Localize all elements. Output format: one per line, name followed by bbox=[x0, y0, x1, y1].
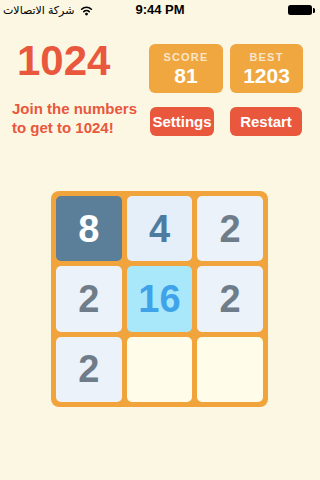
tile-r2c3: 2 bbox=[197, 266, 263, 331]
status-time: 9:44 PM bbox=[0, 0, 320, 20]
restart-button[interactable]: Restart bbox=[230, 107, 302, 136]
tile-r2c2: 16 bbox=[127, 266, 193, 331]
game-board[interactable]: 8 4 2 2 16 2 2 bbox=[51, 191, 268, 407]
tagline: Join the numbers to get to 1024! bbox=[12, 100, 146, 138]
battery-icon bbox=[288, 5, 312, 15]
tile-r2c1: 2 bbox=[56, 266, 122, 331]
score-label: SCORE bbox=[163, 51, 208, 63]
best-value: 1203 bbox=[243, 65, 290, 86]
empty-cell-r3c2 bbox=[127, 337, 193, 402]
best-score-box: BEST 1203 bbox=[230, 44, 303, 93]
score-value: 81 bbox=[174, 65, 197, 86]
settings-button[interactable]: Settings bbox=[150, 107, 214, 136]
tile-r1c2: 4 bbox=[127, 196, 193, 261]
status-bar: شركة الاتصالات 9:44 PM bbox=[0, 0, 320, 20]
tile-r3c1: 2 bbox=[56, 337, 122, 402]
empty-cell-r3c3 bbox=[197, 337, 263, 402]
tile-r1c3: 2 bbox=[197, 196, 263, 261]
tile-r1c1: 8 bbox=[56, 196, 122, 261]
app-title: 1024 bbox=[17, 40, 110, 82]
best-label: BEST bbox=[249, 51, 283, 63]
score-box: SCORE 81 bbox=[149, 44, 223, 93]
app-screen: شركة الاتصالات 9:44 PM 1024 Join the num… bbox=[0, 0, 320, 480]
